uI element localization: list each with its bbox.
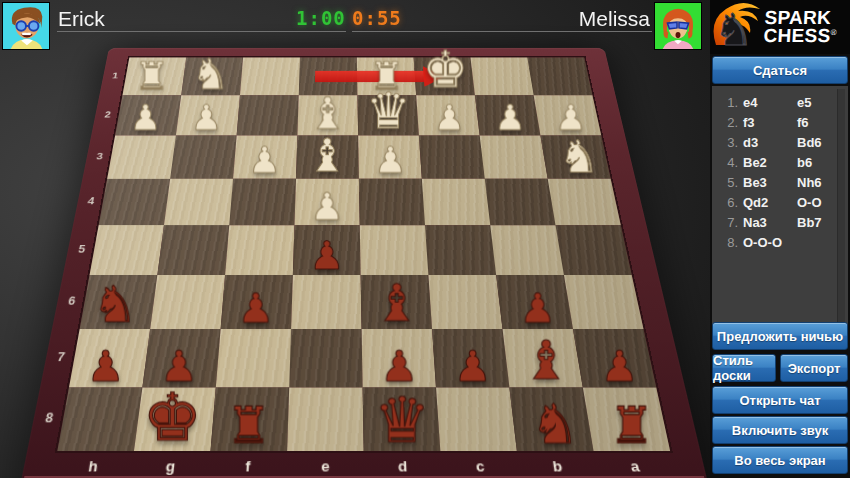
move-row-1[interactable]: 1.e4e5 bbox=[712, 92, 848, 112]
sidebar-buttons: Предложить ничью Стиль доски Экспорт Отк… bbox=[710, 320, 850, 476]
square-g2[interactable]: ♟ bbox=[176, 95, 240, 135]
square-c2[interactable]: ♟ bbox=[416, 95, 479, 135]
piece-red-rook-f8[interactable]: ♜ bbox=[211, 401, 288, 451]
piece-red-queen-d8[interactable]: ♛ bbox=[364, 388, 441, 451]
square-h1[interactable]: ♜ bbox=[123, 58, 187, 96]
piece-red-knight-h6[interactable]: ♞ bbox=[80, 279, 150, 329]
square-g6[interactable] bbox=[150, 275, 225, 329]
move-number: 2. bbox=[712, 115, 738, 130]
square-e8[interactable] bbox=[287, 387, 364, 451]
square-a4[interactable] bbox=[548, 179, 621, 225]
square-b3[interactable] bbox=[480, 136, 548, 179]
move-number: 6. bbox=[712, 195, 738, 210]
fullscreen-button[interactable]: Во весь экран bbox=[712, 446, 848, 474]
move-black-san[interactable]: b6 bbox=[797, 155, 812, 170]
piece-red-king-g8[interactable]: ♚ bbox=[134, 385, 211, 451]
sparkchess-logo: ♞ SPARK CHESS® bbox=[710, 0, 850, 54]
move-black-san[interactable]: e5 bbox=[797, 95, 811, 110]
move-black-san[interactable]: Bb7 bbox=[797, 215, 822, 230]
square-h7[interactable]: ♟ bbox=[69, 329, 150, 387]
piece-red-bishop-d6[interactable]: ♝ bbox=[362, 278, 432, 329]
move-row-6[interactable]: 6.Qd2O-O bbox=[712, 192, 848, 212]
piece-red-pawn-c7[interactable]: ♟ bbox=[436, 345, 509, 387]
square-h6[interactable]: ♞ bbox=[80, 275, 158, 329]
square-f3[interactable]: ♟ bbox=[233, 136, 297, 179]
move-number: 4. bbox=[712, 155, 738, 170]
square-g3[interactable] bbox=[170, 136, 237, 179]
square-c3[interactable] bbox=[419, 136, 485, 179]
move-white-san[interactable]: O-O-O bbox=[743, 235, 787, 250]
square-f7[interactable] bbox=[216, 329, 291, 387]
square-f1[interactable] bbox=[240, 58, 300, 96]
square-h3[interactable] bbox=[107, 136, 176, 179]
piece-white-bishop-e2[interactable]: ♝ bbox=[297, 91, 358, 135]
square-h2[interactable]: ♟ bbox=[115, 95, 181, 135]
move-row-5[interactable]: 5.Be3Nh6 bbox=[712, 172, 848, 192]
piece-red-pawn-f6[interactable]: ♟ bbox=[221, 288, 291, 329]
move-row-7[interactable]: 7.Na3Bb7 bbox=[712, 212, 848, 232]
piece-white-pawn-c2[interactable]: ♟ bbox=[419, 101, 480, 136]
move-black-san[interactable]: Nh6 bbox=[797, 175, 822, 190]
board-style-button[interactable]: Стиль доски bbox=[712, 354, 776, 382]
piece-red-pawn-h7[interactable]: ♟ bbox=[69, 345, 142, 387]
piece-white-bishop-e3[interactable]: ♝ bbox=[296, 133, 359, 179]
square-g7[interactable]: ♟ bbox=[142, 329, 220, 387]
piece-white-pawn-h2[interactable]: ♟ bbox=[115, 101, 176, 136]
piece-white-pawn-b2[interactable]: ♟ bbox=[480, 101, 541, 136]
move-white-san[interactable]: d3 bbox=[743, 135, 787, 150]
square-f6[interactable]: ♟ bbox=[221, 275, 293, 329]
move-row-3[interactable]: 3.d3Bd6 bbox=[712, 132, 848, 152]
move-white-san[interactable]: Be3 bbox=[743, 175, 787, 190]
piece-red-rook-a8[interactable]: ♜ bbox=[594, 401, 671, 451]
move-list-scrollbar[interactable] bbox=[837, 89, 845, 329]
square-d2[interactable]: ♛ bbox=[357, 95, 418, 135]
sidebar: ♞ SPARK CHESS® Сдаться 1.e4e52.f3f63.d3B… bbox=[710, 0, 850, 478]
export-button[interactable]: Экспорт bbox=[780, 354, 848, 382]
knight-flame-logo-icon: ♞ bbox=[710, 1, 764, 53]
square-f4[interactable] bbox=[229, 179, 296, 225]
move-row-8[interactable]: 8.O-O-O bbox=[712, 232, 848, 252]
player-name-white: Erick bbox=[58, 7, 105, 31]
black-player-underline bbox=[352, 31, 652, 32]
rank-label-3: 3 bbox=[89, 151, 111, 161]
clock-black: 0:55 bbox=[352, 7, 402, 29]
move-black-san[interactable]: Bd6 bbox=[797, 135, 822, 150]
offer-draw-button[interactable]: Предложить ничью bbox=[712, 322, 848, 350]
square-a8[interactable]: ♜ bbox=[583, 387, 670, 451]
square-d8[interactable]: ♛ bbox=[363, 387, 441, 451]
move-white-san[interactable]: e4 bbox=[743, 95, 787, 110]
chess-board: ♜♞♜♚♟♟♝♛♟♟♟♟♝♟♞♟♟♞♟♝♟♟♟♟♟♝♟♚♜♛♞♜ 1234567… bbox=[15, 48, 715, 478]
square-h8[interactable] bbox=[57, 387, 142, 451]
move-number: 8. bbox=[712, 235, 738, 250]
move-row-2[interactable]: 2.f3f6 bbox=[712, 112, 848, 132]
square-a6[interactable] bbox=[564, 275, 644, 329]
piece-red-pawn-d7[interactable]: ♟ bbox=[363, 345, 436, 387]
piece-white-pawn-d3[interactable]: ♟ bbox=[359, 143, 422, 179]
square-a7[interactable]: ♟ bbox=[573, 329, 656, 387]
brand-wordmark: SPARK CHESS® bbox=[763, 9, 838, 45]
square-e7[interactable] bbox=[289, 329, 362, 387]
move-white-san[interactable]: f3 bbox=[743, 115, 787, 130]
rank-label-1: 1 bbox=[105, 71, 125, 80]
move-white-san[interactable]: Na3 bbox=[743, 215, 787, 230]
square-a2[interactable]: ♟ bbox=[534, 95, 602, 135]
piece-white-knight-g1[interactable]: ♞ bbox=[181, 53, 240, 95]
move-row-4[interactable]: 4.Be2b6 bbox=[712, 152, 848, 172]
square-d7[interactable]: ♟ bbox=[362, 329, 436, 387]
square-b7[interactable]: ♝ bbox=[503, 329, 583, 387]
square-d4[interactable] bbox=[359, 179, 425, 225]
rank-label-2: 2 bbox=[97, 110, 118, 120]
piece-white-pawn-f3[interactable]: ♟ bbox=[233, 143, 296, 179]
square-d3[interactable]: ♟ bbox=[358, 136, 422, 179]
avatar-melissa bbox=[654, 2, 702, 50]
square-e4[interactable]: ♟ bbox=[294, 179, 359, 225]
square-e6[interactable] bbox=[291, 275, 361, 329]
resign-button[interactable]: Сдаться bbox=[712, 56, 848, 84]
square-d6[interactable]: ♝ bbox=[361, 275, 432, 329]
square-b1[interactable] bbox=[470, 58, 533, 96]
move-black-san[interactable]: O-O bbox=[797, 195, 822, 210]
square-e3[interactable]: ♝ bbox=[296, 136, 359, 179]
square-b6[interactable]: ♟ bbox=[496, 275, 573, 329]
piece-red-pawn-e5[interactable]: ♟ bbox=[293, 236, 361, 275]
square-a3[interactable]: ♞ bbox=[540, 136, 610, 179]
move-number: 7. bbox=[712, 215, 738, 230]
square-g8[interactable]: ♚ bbox=[134, 387, 216, 451]
piece-white-knight-a3[interactable]: ♞ bbox=[548, 134, 611, 179]
piece-red-pawn-b6[interactable]: ♟ bbox=[503, 288, 573, 329]
square-b2[interactable]: ♟ bbox=[475, 95, 541, 135]
spark-chess-app: ♜♞♜♚♟♟♝♛♟♟♟♟♝♟♞♟♟♞♟♝♟♟♟♟♟♝♟♚♜♛♞♜ 1234567… bbox=[0, 0, 850, 478]
move-list: 1.e4e52.f3f63.d3Bd64.Be2b65.Be3Nh66.Qd2O… bbox=[712, 86, 848, 332]
square-b8[interactable]: ♞ bbox=[509, 387, 593, 451]
square-h4[interactable] bbox=[99, 179, 170, 225]
piece-red-knight-b8[interactable]: ♞ bbox=[517, 396, 594, 451]
square-c4[interactable] bbox=[422, 179, 490, 225]
enable-sound-button[interactable]: Включить звук bbox=[712, 416, 848, 444]
svg-text:♞: ♞ bbox=[714, 4, 753, 53]
piece-white-pawn-e4[interactable]: ♟ bbox=[294, 188, 359, 226]
move-number: 5. bbox=[712, 175, 738, 190]
move-number: 3. bbox=[712, 135, 738, 150]
square-f8[interactable]: ♜ bbox=[211, 387, 290, 451]
avatar-erick bbox=[2, 2, 50, 50]
piece-red-bishop-b7[interactable]: ♝ bbox=[509, 334, 582, 387]
piece-white-rook-h1[interactable]: ♜ bbox=[123, 57, 182, 95]
piece-white-queen-d2[interactable]: ♛ bbox=[358, 86, 419, 136]
square-g4[interactable] bbox=[164, 179, 233, 225]
square-a1[interactable] bbox=[527, 58, 592, 96]
open-chat-button[interactable]: Открыть чат bbox=[712, 386, 848, 414]
clock-white: 1:00 bbox=[296, 7, 346, 29]
board-squares: ♜♞♜♚♟♟♝♛♟♟♟♟♝♟♞♟♟♞♟♝♟♟♟♟♟♝♟♚♜♛♞♜ bbox=[57, 58, 670, 451]
white-player-underline bbox=[57, 31, 346, 32]
square-c8[interactable] bbox=[436, 387, 517, 451]
player-name-black: Melissa bbox=[579, 7, 650, 31]
square-f2[interactable] bbox=[237, 95, 299, 135]
piece-red-pawn-a7[interactable]: ♟ bbox=[583, 345, 656, 387]
move-white-san[interactable]: Qd2 bbox=[743, 195, 787, 210]
rank-label-4: 4 bbox=[80, 195, 102, 206]
square-g1[interactable]: ♞ bbox=[181, 58, 243, 96]
piece-white-pawn-g2[interactable]: ♟ bbox=[176, 101, 237, 136]
square-c6[interactable] bbox=[428, 275, 502, 329]
move-black-san[interactable]: f6 bbox=[797, 115, 809, 130]
move-number: 1. bbox=[712, 95, 738, 110]
move-white-san[interactable]: Be2 bbox=[743, 155, 787, 170]
square-b4[interactable] bbox=[485, 179, 556, 225]
square-c7[interactable]: ♟ bbox=[432, 329, 509, 387]
